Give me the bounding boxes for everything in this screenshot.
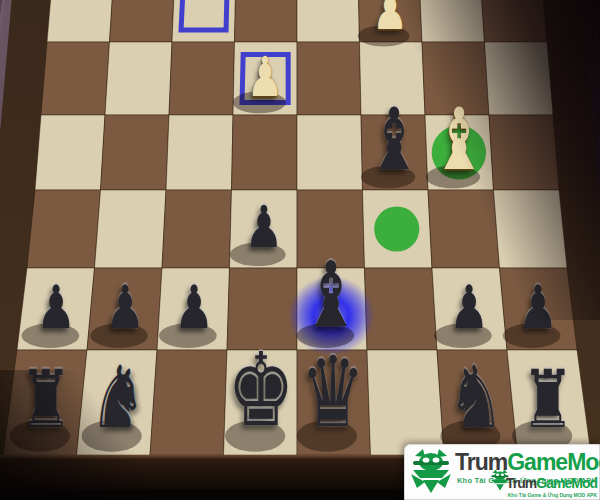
square-e5[interactable]	[232, 115, 298, 190]
piece-black-knight-b8[interactable]: ♞	[438, 355, 515, 441]
piece-black-pawn-a7[interactable]: ♟	[511, 279, 565, 339]
square-a6[interactable]	[494, 190, 568, 268]
piece-black-pawn-e6[interactable]: ♟	[238, 199, 290, 257]
square-e3[interactable]	[235, 0, 298, 42]
watermark-title: TrumGameMod	[455, 449, 600, 476]
watermark-card: TrumGameMod Kho Tải Game & Ứng Dụng MOD …	[404, 444, 600, 500]
square-h3[interactable]	[47, 0, 114, 42]
piece-black-rook-a8[interactable]: ♜	[512, 360, 584, 440]
piece-black-bishop-d7[interactable]: ♝	[291, 250, 372, 341]
square-g6[interactable]	[95, 190, 167, 268]
piece-black-pawn-h7[interactable]: ♟	[30, 279, 84, 339]
piece-white-bishop-b5[interactable]: ♝	[421, 96, 498, 181]
square-f4[interactable]	[169, 42, 235, 115]
square-h6[interactable]	[27, 190, 101, 268]
square-h4[interactable]	[41, 42, 110, 115]
chess-3d-scene: ♜♞♚♛♞♜♟♟♟♝♟♟♟♝♝♟♟ TrumGameMod Kho Tải Ga…	[0, 0, 600, 500]
square-b6[interactable]	[428, 190, 500, 268]
square-d3[interactable]	[297, 0, 360, 42]
move-target-dot-c6	[374, 206, 419, 251]
square-f6[interactable]	[162, 190, 232, 268]
piece-black-pawn-f7[interactable]: ♟	[167, 279, 221, 339]
watermark-small-copy: TrumGameMod Kho Tải Game & Ứng Dụng MOD …	[506, 474, 597, 498]
piece-black-knight-g8[interactable]: ♞	[79, 355, 156, 441]
square-c8[interactable]	[367, 350, 444, 455]
piece-black-pawn-g7[interactable]: ♟	[98, 279, 152, 339]
square-d4[interactable]	[297, 42, 361, 115]
spy-bug-icon	[409, 448, 453, 494]
piece-white-pawn-e4[interactable]: ♟	[241, 50, 290, 105]
square-g4[interactable]	[105, 42, 172, 115]
piece-black-pawn-b7[interactable]: ♟	[442, 279, 496, 339]
piece-black-rook-h8[interactable]: ♜	[10, 360, 82, 440]
square-f5[interactable]	[166, 115, 233, 190]
square-g5[interactable]	[101, 115, 170, 190]
square-c7[interactable]	[365, 268, 438, 350]
square-a3[interactable]	[480, 0, 547, 42]
square-h5[interactable]	[35, 115, 105, 190]
square-a5[interactable]	[489, 115, 559, 190]
square-b3[interactable]	[419, 0, 485, 42]
square-g3[interactable]	[110, 0, 176, 42]
square-d5[interactable]	[297, 115, 363, 190]
piece-white-pawn-c3[interactable]: ♟	[366, 0, 414, 38]
piece-black-queen-d8[interactable]: ♛	[289, 344, 377, 442]
